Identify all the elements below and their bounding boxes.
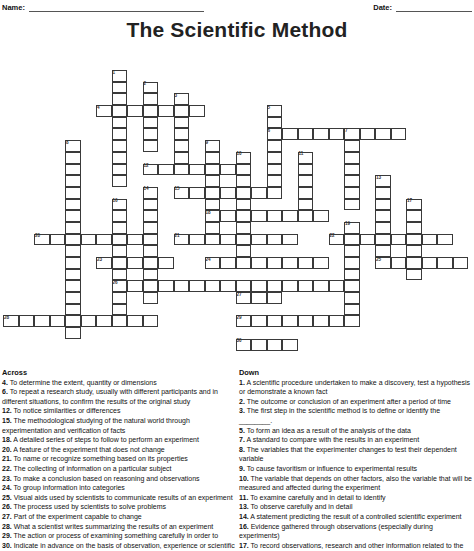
- grid-blank: [313, 93, 329, 105]
- grid-cell[interactable]: [205, 199, 221, 211]
- grid-blank: [81, 280, 97, 292]
- grid-cell[interactable]: [158, 105, 174, 117]
- grid-cell[interactable]: 5: [267, 105, 283, 117]
- grid-blank: [453, 327, 469, 339]
- grid-blank: [298, 339, 314, 351]
- grid-cell[interactable]: [360, 128, 376, 140]
- grid-blank: [96, 327, 112, 339]
- grid-cell[interactable]: [236, 245, 252, 257]
- grid-cell[interactable]: [375, 234, 391, 246]
- grid-blank: [437, 292, 453, 304]
- grid-blank: [50, 152, 66, 164]
- grid-cell[interactable]: [143, 257, 159, 269]
- grid-cell[interactable]: [267, 234, 283, 246]
- grid-cell[interactable]: [298, 315, 314, 327]
- grid-cell[interactable]: [112, 152, 128, 164]
- grid-cell[interactable]: [143, 210, 159, 222]
- grid-blank: [3, 70, 19, 82]
- grid-blank: [437, 140, 453, 152]
- grid-cell[interactable]: [375, 187, 391, 199]
- grid-cell[interactable]: [220, 187, 236, 199]
- grid-cell[interactable]: [344, 164, 360, 176]
- grid-cell[interactable]: [313, 257, 329, 269]
- grid-cell[interactable]: [205, 152, 221, 164]
- grid-cell[interactable]: [158, 164, 174, 176]
- grid-cell[interactable]: [406, 210, 422, 222]
- grid-cell[interactable]: [344, 199, 360, 211]
- grid-cell[interactable]: [65, 269, 81, 281]
- grid-cell[interactable]: [236, 222, 252, 234]
- grid-cell[interactable]: [205, 234, 221, 246]
- grid-cell[interactable]: [406, 222, 422, 234]
- grid-cell[interactable]: 8: [65, 140, 81, 152]
- grid-cell[interactable]: [112, 292, 128, 304]
- grid-cell[interactable]: 21: [174, 234, 190, 246]
- grid-cell[interactable]: [220, 210, 236, 222]
- grid-cell[interactable]: [112, 164, 128, 176]
- grid-cell[interactable]: [174, 140, 190, 152]
- grid-cell[interactable]: [205, 187, 221, 199]
- grid-cell[interactable]: [236, 280, 252, 292]
- cell-number: 11: [299, 151, 304, 156]
- grid-cell[interactable]: 19: [344, 222, 360, 234]
- grid-cell[interactable]: [143, 140, 159, 152]
- grid-cell[interactable]: [251, 339, 267, 351]
- grid-cell[interactable]: [391, 234, 407, 246]
- grid-cell[interactable]: [112, 304, 128, 316]
- grid-cell[interactable]: 25: [375, 257, 391, 269]
- grid-blank: [127, 245, 143, 257]
- grid-blank: [437, 327, 453, 339]
- grid-cell[interactable]: [143, 105, 159, 117]
- grid-cell[interactable]: [65, 187, 81, 199]
- grid-blank: [360, 210, 376, 222]
- grid-cell[interactable]: [65, 292, 81, 304]
- grid-blank: [360, 339, 376, 351]
- grid-cell[interactable]: [81, 234, 97, 246]
- grid-cell[interactable]: [344, 315, 360, 327]
- grid-cell[interactable]: [344, 234, 360, 246]
- grid-cell[interactable]: [65, 315, 81, 327]
- grid-blank: [34, 257, 50, 269]
- grid-cell[interactable]: [251, 280, 267, 292]
- grid-cell[interactable]: 26: [112, 280, 128, 292]
- grid-cell[interactable]: [344, 245, 360, 257]
- grid-cell[interactable]: [406, 257, 422, 269]
- grid-cell[interactable]: [329, 280, 345, 292]
- grid-cell[interactable]: [267, 339, 283, 351]
- grid-cell[interactable]: [375, 245, 391, 257]
- grid-cell[interactable]: [127, 105, 143, 117]
- grid-cell[interactable]: [267, 152, 283, 164]
- grid-cell[interactable]: [422, 257, 438, 269]
- grid-cell[interactable]: 14: [143, 187, 159, 199]
- grid-cell[interactable]: [298, 128, 314, 140]
- grid-cell[interactable]: [50, 315, 66, 327]
- grid-cell[interactable]: [251, 257, 267, 269]
- grid-cell[interactable]: [344, 269, 360, 281]
- grid-cell[interactable]: [174, 280, 190, 292]
- grid-blank: [437, 70, 453, 82]
- grid-cell[interactable]: [65, 304, 81, 316]
- grid-cell[interactable]: [189, 187, 205, 199]
- clue-number: 25.: [2, 494, 12, 501]
- grid-blank: [406, 339, 422, 351]
- grid-blank: [422, 315, 438, 327]
- grid-cell[interactable]: [406, 234, 422, 246]
- grid-cell[interactable]: [344, 257, 360, 269]
- grid-cell[interactable]: [251, 210, 267, 222]
- grid-cell[interactable]: [313, 210, 329, 222]
- clue-number: 27.: [2, 513, 12, 520]
- grid-blank: [220, 82, 236, 94]
- grid-cell[interactable]: [282, 234, 298, 246]
- grid-cell[interactable]: [50, 234, 66, 246]
- grid-cell[interactable]: [189, 280, 205, 292]
- grid-cell[interactable]: [127, 315, 143, 327]
- grid-cell[interactable]: [267, 280, 283, 292]
- grid-cell[interactable]: [267, 140, 283, 152]
- grid-cell[interactable]: [174, 128, 190, 140]
- grid-cell[interactable]: [174, 164, 190, 176]
- grid-cell[interactable]: [65, 222, 81, 234]
- grid-cell[interactable]: [174, 152, 190, 164]
- grid-cell[interactable]: [143, 199, 159, 211]
- grid-cell[interactable]: [344, 175, 360, 187]
- grid-blank: [375, 93, 391, 105]
- grid-blank: [375, 105, 391, 117]
- grid-cell[interactable]: [298, 257, 314, 269]
- grid-cell[interactable]: [267, 292, 283, 304]
- grid-cell[interactable]: [143, 269, 159, 281]
- grid-blank: [81, 117, 97, 129]
- grid-cell[interactable]: [267, 257, 283, 269]
- grid-cell[interactable]: [205, 175, 221, 187]
- grid-cell[interactable]: 16: [112, 199, 128, 211]
- grid-cell[interactable]: [112, 257, 128, 269]
- grid-blank: [298, 117, 314, 129]
- grid-cell[interactable]: [127, 234, 143, 246]
- grid-cell[interactable]: 13: [375, 175, 391, 187]
- grid-cell[interactable]: [298, 280, 314, 292]
- grid-cell[interactable]: 29: [236, 315, 252, 327]
- grid-cell[interactable]: [344, 140, 360, 152]
- grid-blank: [453, 70, 469, 82]
- grid-cell[interactable]: [375, 199, 391, 211]
- grid-blank: [81, 199, 97, 211]
- clue-item: 2. The outcome or conclusion of an exper…: [239, 397, 472, 407]
- grid-cell[interactable]: 4: [96, 105, 112, 117]
- grid-cell[interactable]: [267, 117, 283, 129]
- grid-blank: [329, 210, 345, 222]
- grid-cell[interactable]: [375, 222, 391, 234]
- grid-cell[interactable]: 12: [143, 164, 159, 176]
- clue-number: 23.: [2, 475, 12, 482]
- grid-cell[interactable]: [391, 128, 407, 140]
- grid-blank: [437, 128, 453, 140]
- grid-cell[interactable]: [112, 315, 128, 327]
- grid-cell[interactable]: [143, 117, 159, 129]
- grid-cell[interactable]: [96, 315, 112, 327]
- grid-cell[interactable]: [220, 234, 236, 246]
- grid-cell[interactable]: [298, 187, 314, 199]
- grid-cell[interactable]: [282, 280, 298, 292]
- grid-cell[interactable]: [236, 164, 252, 176]
- grid-cell[interactable]: [112, 234, 128, 246]
- grid-blank: [313, 117, 329, 129]
- grid-blank: [158, 269, 174, 281]
- grid-cell[interactable]: [220, 164, 236, 176]
- grid-cell[interactable]: 20: [34, 234, 50, 246]
- grid-blank: [19, 222, 35, 234]
- grid-cell[interactable]: [65, 175, 81, 187]
- grid-cell[interactable]: 6: [267, 128, 283, 140]
- grid-blank: [360, 245, 376, 257]
- grid-cell[interactable]: [329, 128, 345, 140]
- grid-blank: [391, 222, 407, 234]
- grid-cell[interactable]: [65, 327, 81, 339]
- clue-item: 14. A statement predicting the result of…: [239, 512, 472, 522]
- grid-cell[interactable]: [344, 187, 360, 199]
- grid-cell[interactable]: [96, 234, 112, 246]
- grid-cell[interactable]: [65, 152, 81, 164]
- grid-cell[interactable]: [112, 128, 128, 140]
- grid-cell[interactable]: [112, 93, 128, 105]
- grid-cell[interactable]: [453, 257, 469, 269]
- grid-cell[interactable]: 30: [236, 339, 252, 351]
- grid-cell[interactable]: [298, 175, 314, 187]
- grid-cell[interactable]: [112, 175, 128, 187]
- grid-cell[interactable]: [282, 257, 298, 269]
- grid-cell[interactable]: [205, 164, 221, 176]
- grid-cell[interactable]: [220, 280, 236, 292]
- grid-cell[interactable]: 2: [143, 82, 159, 94]
- grid-cell[interactable]: [143, 234, 159, 246]
- grid-blank: [329, 199, 345, 211]
- grid-blank: [50, 105, 66, 117]
- grid-cell[interactable]: [298, 164, 314, 176]
- grid-cell[interactable]: 11: [298, 152, 314, 164]
- grid-cell[interactable]: [236, 199, 252, 211]
- grid-cell[interactable]: [65, 199, 81, 211]
- grid-cell[interactable]: [267, 210, 283, 222]
- clue-number: 1.: [239, 379, 245, 386]
- grid-cell[interactable]: 23: [96, 257, 112, 269]
- grid-cell[interactable]: [236, 234, 252, 246]
- grid-cell[interactable]: [282, 210, 298, 222]
- grid-cell[interactable]: [158, 257, 174, 269]
- grid-cell[interactable]: [174, 117, 190, 129]
- grid-cell[interactable]: [267, 164, 283, 176]
- grid-blank: [127, 339, 143, 351]
- grid-cell[interactable]: [65, 234, 81, 246]
- grid-cell[interactable]: [189, 234, 205, 246]
- page-title: The Scientific Method: [0, 18, 474, 42]
- grid-cell[interactable]: [65, 164, 81, 176]
- grid-cell[interactable]: [313, 128, 329, 140]
- grid-blank: [34, 327, 50, 339]
- grid-cell[interactable]: [344, 304, 360, 316]
- grid-cell[interactable]: 18: [205, 210, 221, 222]
- grid-cell[interactable]: 1: [112, 70, 128, 82]
- grid-cell[interactable]: [143, 292, 159, 304]
- grid-cell[interactable]: 27: [236, 292, 252, 304]
- grid-cell[interactable]: [81, 315, 97, 327]
- grid-cell[interactable]: [112, 269, 128, 281]
- grid-blank: [391, 187, 407, 199]
- grid-cell[interactable]: [236, 175, 252, 187]
- grid-cell[interactable]: [127, 280, 143, 292]
- grid-cell[interactable]: [112, 140, 128, 152]
- grid-blank: [158, 117, 174, 129]
- grid-blank: [391, 339, 407, 351]
- grid-cell[interactable]: [251, 315, 267, 327]
- grid-cell[interactable]: [143, 93, 159, 105]
- grid-blank: [174, 269, 190, 281]
- grid-cell[interactable]: [174, 105, 190, 117]
- grid-blank: [282, 327, 298, 339]
- grid-blank: [329, 222, 345, 234]
- grid-cell[interactable]: [143, 222, 159, 234]
- grid-cell[interactable]: [437, 257, 453, 269]
- clue-number: 20.: [2, 446, 12, 453]
- grid-blank: [375, 117, 391, 129]
- grid-cell[interactable]: [267, 175, 283, 187]
- grid-cell[interactable]: [65, 257, 81, 269]
- grid-cell[interactable]: [189, 105, 205, 117]
- grid-cell[interactable]: [282, 339, 298, 351]
- grid-cell[interactable]: 7: [344, 128, 360, 140]
- grid-cell[interactable]: [220, 257, 236, 269]
- grid-cell[interactable]: [236, 210, 252, 222]
- grid-cell[interactable]: [143, 280, 159, 292]
- grid-blank: [50, 70, 66, 82]
- grid-blank: [3, 339, 19, 351]
- across-header: Across: [2, 368, 235, 378]
- grid-cell[interactable]: [112, 245, 128, 257]
- grid-cell[interactable]: [127, 257, 143, 269]
- grid-cell[interactable]: [251, 234, 267, 246]
- grid-cell[interactable]: [360, 234, 376, 246]
- grid-cell[interactable]: [344, 280, 360, 292]
- grid-cell[interactable]: [251, 292, 267, 304]
- grid-blank: [360, 93, 376, 105]
- grid-cell[interactable]: [236, 187, 252, 199]
- clue-item: 7. A standard to compare with the result…: [239, 435, 472, 445]
- grid-cell[interactable]: [189, 164, 205, 176]
- grid-blank: [298, 105, 314, 117]
- grid-cell[interactable]: [375, 210, 391, 222]
- grid-blank: [96, 210, 112, 222]
- grid-cell[interactable]: [251, 187, 267, 199]
- grid-blank: [34, 140, 50, 152]
- grid-cell[interactable]: [112, 210, 128, 222]
- grid-cell[interactable]: [143, 315, 159, 327]
- clue-item: 25. Visual aids used by scientists to co…: [2, 493, 235, 503]
- grid-blank: [3, 210, 19, 222]
- grid-cell[interactable]: [344, 152, 360, 164]
- grid-blank: [34, 70, 50, 82]
- grid-cell[interactable]: [282, 128, 298, 140]
- grid-cell[interactable]: [375, 128, 391, 140]
- clue-number: 9.: [239, 465, 245, 472]
- grid-cell[interactable]: [112, 117, 128, 129]
- grid-blank: [236, 327, 252, 339]
- grid-cell[interactable]: [34, 315, 50, 327]
- grid-cell[interactable]: [65, 210, 81, 222]
- grid-cell[interactable]: 28: [3, 315, 19, 327]
- grid-cell[interactable]: [313, 315, 329, 327]
- grid-cell[interactable]: [391, 257, 407, 269]
- grid-cell[interactable]: [406, 245, 422, 257]
- grid-cell[interactable]: [65, 280, 81, 292]
- grid-cell[interactable]: [422, 234, 438, 246]
- grid-blank: [282, 175, 298, 187]
- grid-cell[interactable]: [313, 280, 329, 292]
- grid-blank: [189, 70, 205, 82]
- date-label: Date:: [373, 3, 392, 12]
- grid-cell[interactable]: [437, 234, 453, 246]
- grid-cell[interactable]: 17: [406, 199, 422, 211]
- grid-cell[interactable]: 24: [205, 257, 221, 269]
- grid-cell[interactable]: [267, 187, 283, 199]
- grid-cell[interactable]: [282, 315, 298, 327]
- grid-cell[interactable]: [298, 210, 314, 222]
- grid-cell[interactable]: [143, 245, 159, 257]
- grid-cell[interactable]: [112, 82, 128, 94]
- grid-blank: [313, 327, 329, 339]
- grid-cell[interactable]: [329, 315, 345, 327]
- grid-blank: [143, 304, 159, 316]
- grid-cell[interactable]: [236, 257, 252, 269]
- grid-blank: [282, 152, 298, 164]
- grid-blank: [174, 210, 190, 222]
- grid-cell[interactable]: [143, 128, 159, 140]
- grid-blank: [50, 222, 66, 234]
- grid-cell[interactable]: 10: [236, 152, 252, 164]
- grid-blank: [282, 105, 298, 117]
- grid-blank: [34, 304, 50, 316]
- grid-blank: [143, 70, 159, 82]
- grid-cell[interactable]: [205, 280, 221, 292]
- grid-blank: [19, 140, 35, 152]
- grid-cell[interactable]: 3: [174, 93, 190, 105]
- grid-cell[interactable]: [112, 222, 128, 234]
- grid-cell[interactable]: [344, 292, 360, 304]
- grid-cell[interactable]: 15: [174, 187, 190, 199]
- grid-blank: [220, 269, 236, 281]
- grid-blank: [329, 93, 345, 105]
- grid-cell[interactable]: [298, 199, 314, 211]
- grid-cell[interactable]: [406, 269, 422, 281]
- grid-blank: [81, 245, 97, 257]
- grid-cell[interactable]: 9: [205, 140, 221, 152]
- grid-blank: [453, 187, 469, 199]
- grid-cell[interactable]: [112, 105, 128, 117]
- grid-blank: [391, 245, 407, 257]
- grid-blank: [437, 210, 453, 222]
- grid-cell[interactable]: [19, 315, 35, 327]
- grid-cell[interactable]: [158, 280, 174, 292]
- grid-cell[interactable]: [267, 315, 283, 327]
- name-label: Name:: [2, 3, 25, 12]
- grid-blank: [375, 315, 391, 327]
- grid-cell[interactable]: [65, 245, 81, 257]
- grid-cell[interactable]: [205, 222, 221, 234]
- grid-cell[interactable]: 22: [329, 234, 345, 246]
- grid-blank: [282, 292, 298, 304]
- grid-blank: [127, 164, 143, 176]
